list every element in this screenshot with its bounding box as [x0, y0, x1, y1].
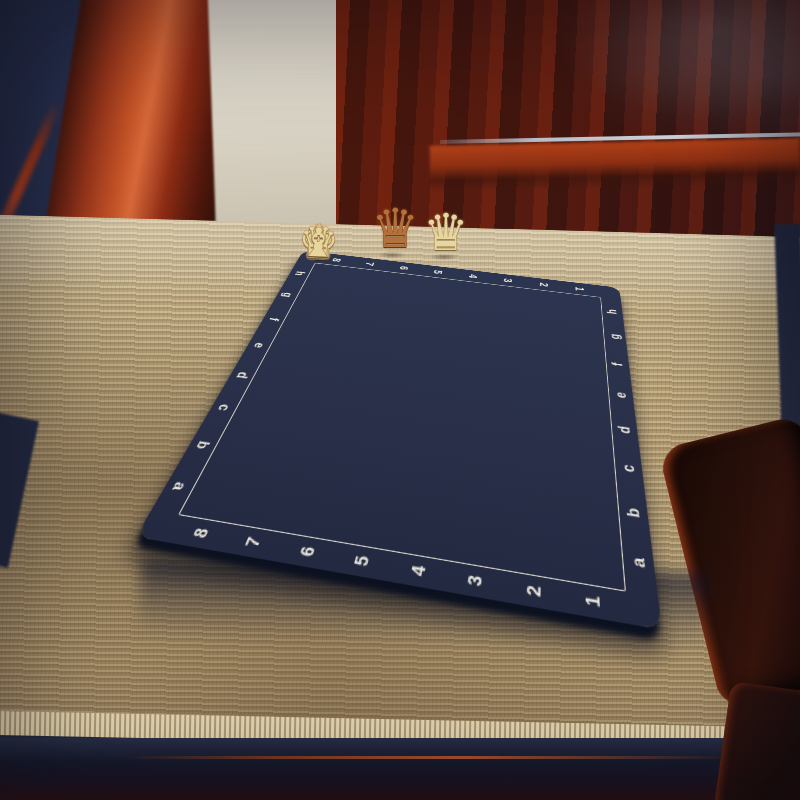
chess-set-photo-scene: ♛ ♛ ♜♟♟♜♞♟♟♞♝♟♟♝♚♟♟♚♛♟♟♛♝♟♟♝♞♟♟♞♜♟♟♜ 887…	[0, 0, 800, 800]
file-label-right-d: d	[615, 425, 633, 435]
chess-board: ♜♟♟♜♞♟♟♞♝♟♟♝♚♟♟♚♛♟♟♛♝♟♟♝♞♟♟♞♜♟♟♜ 8877665…	[136, 250, 662, 629]
file-label-right-e: e	[612, 391, 629, 399]
rank-label-far-5: 5	[431, 270, 445, 275]
file-label-right-f: f	[610, 362, 626, 367]
rank-label-far-7: 7	[363, 261, 377, 266]
file-label-left-h: h	[293, 270, 308, 276]
file-label-right-a: a	[627, 556, 649, 569]
board-perspective-wrapper: ♜♟♟♜♞♟♟♞♝♟♟♝♚♟♟♚♛♟♟♛♝♟♟♝♞♟♟♞♜♟♟♜ 8877665…	[0, 0, 800, 800]
file-label-right-c: c	[619, 463, 638, 473]
rank-label-far-1: 1	[573, 286, 587, 292]
file-label-right-b: b	[623, 506, 644, 518]
rank-label-near-8: 8	[189, 527, 213, 539]
rank-label-far-3: 3	[501, 278, 514, 283]
file-label-left-f: f	[267, 317, 282, 322]
rank-label-near-3: 3	[464, 574, 486, 588]
rank-label-far-4: 4	[466, 274, 480, 279]
rank-label-near-7: 7	[242, 536, 265, 549]
rank-label-near-4: 4	[407, 564, 430, 578]
rank-label-near-6: 6	[295, 545, 318, 558]
file-label-left-d: d	[233, 371, 252, 379]
rank-label-near-5: 5	[350, 554, 373, 567]
rank-label-far-6: 6	[397, 265, 411, 270]
rank-label-near-1: 1	[582, 594, 605, 609]
rank-label-near-2: 2	[522, 584, 544, 598]
file-label-left-a: a	[169, 481, 191, 492]
board-inner-frame	[178, 263, 626, 592]
file-label-right-h: h	[605, 308, 620, 314]
rank-label-far-2: 2	[537, 282, 550, 287]
file-label-left-e: e	[251, 342, 268, 349]
file-label-left-c: c	[214, 404, 233, 413]
file-label-left-b: b	[193, 440, 214, 450]
file-label-left-g: g	[280, 292, 296, 298]
file-label-right-g: g	[607, 333, 622, 340]
